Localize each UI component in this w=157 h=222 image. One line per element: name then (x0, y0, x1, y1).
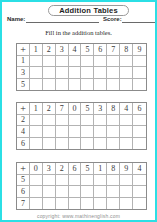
table3-answer-cell-r2c9[interactable] (133, 186, 146, 198)
table2-answer-cell-r1c8[interactable] (120, 115, 133, 127)
table1-answer-cell-r1c4[interactable] (69, 56, 82, 68)
table1-answer-cell-r2c3[interactable] (56, 67, 69, 79)
table3-answer-cell-r3c9[interactable] (133, 198, 146, 210)
table2-answer-cell-r1c9[interactable] (133, 115, 146, 127)
table1-answer-cell-r1c8[interactable] (120, 56, 133, 68)
table1-answer-cell-r1c1[interactable] (30, 56, 43, 68)
table1-header-row-1: 1 (17, 56, 30, 68)
table1-answer-cell-r1c7[interactable] (107, 56, 120, 68)
table1-plus-operator: + (17, 44, 30, 56)
table1-answer-cell-r3c2[interactable] (43, 79, 56, 91)
table1-answer-cell-r3c9[interactable] (133, 79, 146, 91)
table1-answer-cell-r3c6[interactable] (94, 79, 107, 91)
table2-header-col-8: 8 (107, 103, 120, 115)
table3-answer-cell-r3c4[interactable] (69, 198, 82, 210)
table1-header-row-5: 5 (17, 79, 30, 91)
table1-answer-cell-r3c1[interactable] (30, 79, 43, 91)
table3-answer-cell-r1c8[interactable] (120, 175, 133, 187)
score-label: Score: (103, 16, 122, 22)
table2-answer-cell-r3c9[interactable] (133, 138, 146, 150)
table3-header-row-6: 6 (17, 186, 30, 198)
table3-answer-cell-r3c2[interactable] (43, 198, 56, 210)
table3-plus-operator: + (17, 163, 30, 175)
page-title: Addition Tables (59, 6, 118, 15)
addition-table-1: +123456789135 (16, 43, 147, 91)
table2-answer-cell-r1c4[interactable] (69, 115, 82, 127)
table1-answer-cell-r1c6[interactable] (94, 56, 107, 68)
table1-answer-cell-r1c9[interactable] (133, 56, 146, 68)
table2-answer-cell-r2c3[interactable] (56, 126, 69, 138)
table2-header-col-3: 3 (94, 103, 107, 115)
table2-header-row-4: 4 (17, 126, 30, 138)
table2-header-col-7: 7 (56, 103, 69, 115)
table3-header-col-9: 9 (120, 163, 133, 175)
table1-header-col-3: 3 (56, 44, 69, 56)
table1-answer-cell-r2c2[interactable] (43, 67, 56, 79)
table1-answer-cell-r1c2[interactable] (43, 56, 56, 68)
table2-answer-cell-r2c4[interactable] (69, 126, 82, 138)
table2-answer-cell-r2c7[interactable] (107, 126, 120, 138)
table2-answer-cell-r3c1[interactable] (30, 138, 43, 150)
table3-answer-cell-r1c9[interactable] (133, 175, 146, 187)
table3-answer-cell-r2c8[interactable] (120, 186, 133, 198)
table3-answer-cell-r3c5[interactable] (81, 198, 94, 210)
table2-header-col-1: 1 (30, 103, 43, 115)
table1-answer-cell-r3c7[interactable] (107, 79, 120, 91)
table3-answer-cell-r1c1[interactable] (30, 175, 43, 187)
table1-header-col-7: 7 (107, 44, 120, 56)
table1-answer-cell-r2c1[interactable] (30, 67, 43, 79)
table3-answer-cell-r1c7[interactable] (107, 175, 120, 187)
table2-answer-cell-r1c7[interactable] (107, 115, 120, 127)
table3-header-col-6: 6 (69, 163, 82, 175)
table1-answer-cell-r2c5[interactable] (81, 67, 94, 79)
table2-header-col-6: 6 (133, 103, 146, 115)
table2-answer-cell-r2c1[interactable] (30, 126, 43, 138)
table3-answer-cell-r3c1[interactable] (30, 198, 43, 210)
table2-header-col-4: 4 (120, 103, 133, 115)
table1-answer-cell-r3c5[interactable] (81, 79, 94, 91)
table3-header-col-2: 2 (56, 163, 69, 175)
table2-answer-cell-r1c1[interactable] (30, 115, 43, 127)
instruction-text: Fill in the addition tables. (2, 29, 155, 36)
table2-answer-cell-r3c7[interactable] (107, 138, 120, 150)
table3-answer-cell-r1c4[interactable] (69, 175, 82, 187)
table2-answer-cell-r3c8[interactable] (120, 138, 133, 150)
table3-answer-cell-r2c7[interactable] (107, 186, 120, 198)
table3-header-row-5: 5 (17, 175, 30, 187)
table2-header-row-6: 6 (17, 138, 30, 150)
table2-answer-cell-r1c5[interactable] (81, 115, 94, 127)
table3-header-col-1: 1 (94, 163, 107, 175)
table1-header-col-1: 1 (30, 44, 43, 56)
table3-answer-cell-r3c7[interactable] (107, 198, 120, 210)
table3-answer-cell-r1c3[interactable] (56, 175, 69, 187)
table2-answer-cell-r2c5[interactable] (81, 126, 94, 138)
table1-header-col-2: 2 (43, 44, 56, 56)
table2-plus-operator: + (17, 103, 30, 115)
table3-header-col-5: 5 (81, 163, 94, 175)
table2-answer-cell-r2c6[interactable] (94, 126, 107, 138)
table3-answer-cell-r3c8[interactable] (120, 198, 133, 210)
table1-answer-cell-r3c4[interactable] (69, 79, 82, 91)
table1-answer-cell-r1c5[interactable] (81, 56, 94, 68)
table1-answer-cell-r3c3[interactable] (56, 79, 69, 91)
table2-answer-cell-r1c6[interactable] (94, 115, 107, 127)
worksheet-page: Addition Tables Name: Score: Fill in the… (0, 0, 157, 222)
table1-answer-cell-r2c4[interactable] (69, 67, 82, 79)
worksheet-title-pill: Addition Tables (48, 5, 129, 16)
table1-answer-cell-r2c8[interactable] (120, 67, 133, 79)
table1-header-col-5: 5 (81, 44, 94, 56)
table2-header-row-2: 2 (17, 115, 30, 127)
table2-answer-cell-r3c6[interactable] (94, 138, 107, 150)
addition-table-3: +032651894567 (16, 162, 147, 210)
table1-answer-cell-r2c6[interactable] (94, 67, 107, 79)
table1-answer-cell-r2c7[interactable] (107, 67, 120, 79)
score-blank-line[interactable] (122, 22, 156, 23)
table3-answer-cell-r3c3[interactable] (56, 198, 69, 210)
table3-header-col-8: 8 (107, 163, 120, 175)
table2-header-col-2: 2 (43, 103, 56, 115)
table1-answer-cell-r3c8[interactable] (120, 79, 133, 91)
table2-answer-cell-r3c3[interactable] (56, 138, 69, 150)
table3-answer-cell-r2c2[interactable] (43, 186, 56, 198)
table2-answer-cell-r1c2[interactable] (43, 115, 56, 127)
table2-answer-cell-r3c5[interactable] (81, 138, 94, 150)
table3-header-col-4: 4 (133, 163, 146, 175)
table2-header-col-0: 0 (69, 103, 82, 115)
table3-answer-cell-r2c1[interactable] (30, 186, 43, 198)
table3-answer-cell-r3c6[interactable] (94, 198, 107, 210)
table1-answer-cell-r2c9[interactable] (133, 67, 146, 79)
table2-answer-cell-r3c4[interactable] (69, 138, 82, 150)
table3-answer-cell-r1c5[interactable] (81, 175, 94, 187)
table1-header-row-3: 3 (17, 67, 30, 79)
table3-answer-cell-r2c6[interactable] (94, 186, 107, 198)
name-label: Name: (7, 16, 25, 22)
table1-header-col-8: 8 (120, 44, 133, 56)
table2-answer-cell-r3c2[interactable] (43, 138, 56, 150)
table3-answer-cell-r1c6[interactable] (94, 175, 107, 187)
table3-answer-cell-r2c4[interactable] (69, 186, 82, 198)
name-blank-line[interactable] (26, 22, 99, 23)
addition-table-2: +127053846246 (16, 102, 147, 150)
table2-answer-cell-r2c9[interactable] (133, 126, 146, 138)
table3-answer-cell-r2c5[interactable] (81, 186, 94, 198)
table1-header-col-4: 4 (69, 44, 82, 56)
table2-answer-cell-r1c3[interactable] (56, 115, 69, 127)
table1-header-col-9: 9 (133, 44, 146, 56)
table2-answer-cell-r2c2[interactable] (43, 126, 56, 138)
table2-header-col-5: 5 (81, 103, 94, 115)
table3-header-row-7: 7 (17, 198, 30, 210)
table3-header-col-3: 3 (43, 163, 56, 175)
table3-answer-cell-r2c3[interactable] (56, 186, 69, 198)
table3-answer-cell-r1c2[interactable] (43, 175, 56, 187)
table3-header-col-0: 0 (30, 163, 43, 175)
table1-answer-cell-r1c3[interactable] (56, 56, 69, 68)
copyright-footer: copyright: www.mathinenglish.com (2, 213, 155, 219)
table2-answer-cell-r2c8[interactable] (120, 126, 133, 138)
table1-header-col-6: 6 (94, 44, 107, 56)
